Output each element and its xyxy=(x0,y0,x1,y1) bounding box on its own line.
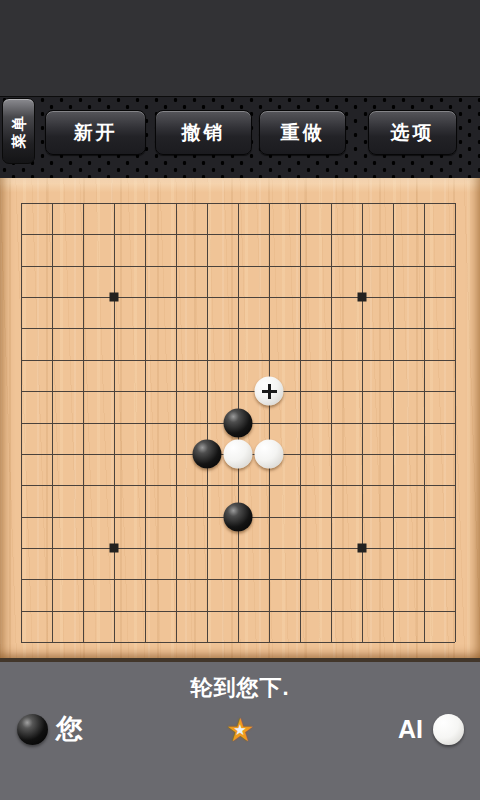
menu-tab[interactable]: 菜单 xyxy=(2,98,35,164)
grid-line-v xyxy=(424,203,425,642)
star-point xyxy=(358,293,367,302)
player-white-stone-icon xyxy=(433,714,464,745)
grid-line-h xyxy=(21,579,455,580)
grid-line-v xyxy=(362,203,363,642)
stone-white-last-move xyxy=(255,377,284,406)
stone-black xyxy=(193,439,222,468)
player-ai-label: AI xyxy=(398,714,423,745)
last-move-marker xyxy=(262,384,277,399)
go-board-grid[interactable] xyxy=(21,203,455,642)
grid-line-v xyxy=(393,203,394,642)
star-point xyxy=(358,543,367,552)
undo-button[interactable]: 撤销 xyxy=(155,110,252,155)
star-point xyxy=(110,293,119,302)
app-screen: 菜单 新开 撤销 重做 选项 轮到您下. 您 ★ ★ AI xyxy=(0,0,480,800)
bottom-panel: 轮到您下. 您 ★ ★ AI xyxy=(0,662,480,800)
go-board[interactable] xyxy=(0,178,480,662)
stone-black xyxy=(224,408,253,437)
options-button[interactable]: 选项 xyxy=(368,110,457,155)
grid-line-v xyxy=(331,203,332,642)
grid-line-h xyxy=(21,548,455,549)
star-point xyxy=(110,543,119,552)
player-black-stone-icon xyxy=(17,714,48,745)
grid-line-h xyxy=(21,485,455,486)
stone-white xyxy=(255,439,284,468)
grid-line-v xyxy=(269,203,270,642)
players-row: 您 ★ ★ AI xyxy=(0,712,480,748)
grid-line-v xyxy=(455,203,456,642)
new-game-button[interactable]: 新开 xyxy=(45,110,146,155)
status-bar xyxy=(0,0,480,96)
grid-line-h xyxy=(21,611,455,612)
menu-tab-label: 菜单 xyxy=(9,114,28,148)
turn-status-text: 轮到您下. xyxy=(0,673,480,703)
stone-white xyxy=(224,439,253,468)
grid-line-v xyxy=(300,203,301,642)
player-you-label: 您 xyxy=(56,714,83,745)
stone-black xyxy=(224,502,253,531)
toolbar: 菜单 新开 撤销 重做 选项 xyxy=(0,96,480,179)
redo-button[interactable]: 重做 xyxy=(259,110,346,155)
first-move-star-icon: ★ ★ xyxy=(223,713,257,747)
grid-line-h xyxy=(21,642,455,643)
